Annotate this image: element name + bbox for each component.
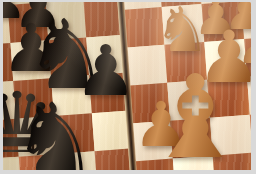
- board-square-right-r5c3: [253, 150, 256, 174]
- pieces-layer: ♟♟♟♞♟♛♞♞♟♟♟♟♝♟♟: [3, 2, 251, 170]
- chessboard-photo: ♟♟♟♞♟♛♞♞♟♟♟♟♝♟♟: [0, 0, 256, 174]
- white-piece-corner-fragment: ♟: [224, 129, 257, 174]
- board-square-right-r0c3: [239, 0, 256, 1]
- black-knight-lower: ♞: [6, 90, 104, 174]
